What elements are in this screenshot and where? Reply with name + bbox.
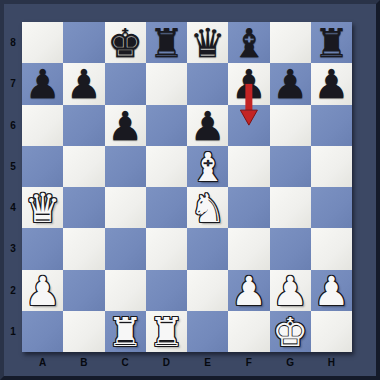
file-label-d: D	[146, 352, 187, 372]
square-d5[interactable]	[146, 146, 187, 187]
black-pawn-piece: ♟	[25, 64, 61, 105]
square-e1[interactable]	[187, 311, 228, 352]
board: ♚♜♛♝♜♟♟♟♟♟♟♟♝♛♞♟♟♟♟♜♜♚	[22, 22, 352, 352]
square-e3[interactable]	[187, 228, 228, 269]
rank-label-5: 5	[4, 146, 22, 187]
rank-label-3: 3	[4, 228, 22, 269]
square-c4[interactable]	[105, 187, 146, 228]
square-a4[interactable]: ♛	[22, 187, 63, 228]
square-f5[interactable]	[228, 146, 269, 187]
white-rook-piece: ♜	[148, 312, 184, 353]
square-h4[interactable]	[311, 187, 352, 228]
square-g5[interactable]	[270, 146, 311, 187]
black-rook-piece: ♜	[148, 23, 184, 64]
square-g4[interactable]	[270, 187, 311, 228]
square-g7[interactable]: ♟	[270, 63, 311, 104]
board-frame: 87654321 ABCDEFGH ♚♜♛♝♜♟♟♟♟♟♟♟♝♛♞♟♟♟♟♜♜♚	[0, 0, 380, 380]
white-queen-piece: ♛	[25, 188, 61, 229]
white-pawn-piece: ♟	[231, 271, 267, 312]
square-b5[interactable]	[63, 146, 104, 187]
square-f7[interactable]: ♟	[228, 63, 269, 104]
square-h8[interactable]: ♜	[311, 22, 352, 63]
square-h7[interactable]: ♟	[311, 63, 352, 104]
square-b1[interactable]	[63, 311, 104, 352]
file-label-f: F	[228, 352, 269, 372]
square-g3[interactable]	[270, 228, 311, 269]
file-label-a: A	[22, 352, 63, 372]
square-d2[interactable]	[146, 270, 187, 311]
white-rook-piece: ♜	[107, 312, 143, 353]
square-b3[interactable]	[63, 228, 104, 269]
black-pawn-piece: ♟	[313, 64, 349, 105]
white-pawn-piece: ♟	[25, 271, 61, 312]
square-h2[interactable]: ♟	[311, 270, 352, 311]
white-bishop-piece: ♝	[190, 147, 226, 188]
square-c5[interactable]	[105, 146, 146, 187]
rank-labels: 87654321	[4, 22, 22, 352]
square-b4[interactable]	[63, 187, 104, 228]
square-e5[interactable]: ♝	[187, 146, 228, 187]
square-g8[interactable]	[270, 22, 311, 63]
file-label-b: B	[63, 352, 104, 372]
file-label-c: C	[105, 352, 146, 372]
black-bishop-piece: ♝	[231, 23, 267, 64]
square-a6[interactable]	[22, 105, 63, 146]
square-g6[interactable]	[270, 105, 311, 146]
square-d6[interactable]	[146, 105, 187, 146]
square-c1[interactable]: ♜	[105, 311, 146, 352]
square-e2[interactable]	[187, 270, 228, 311]
square-g2[interactable]: ♟	[270, 270, 311, 311]
rank-label-2: 2	[4, 270, 22, 311]
square-a2[interactable]: ♟	[22, 270, 63, 311]
square-d8[interactable]: ♜	[146, 22, 187, 63]
white-king-piece: ♚	[272, 312, 308, 353]
rank-label-8: 8	[4, 22, 22, 63]
square-h1[interactable]	[311, 311, 352, 352]
square-b8[interactable]	[63, 22, 104, 63]
black-pawn-piece: ♟	[66, 64, 102, 105]
file-label-g: G	[270, 352, 311, 372]
file-labels: ABCDEFGH	[22, 352, 352, 372]
square-e8[interactable]: ♛	[187, 22, 228, 63]
square-a8[interactable]	[22, 22, 63, 63]
white-knight-piece: ♞	[190, 188, 226, 229]
square-h3[interactable]	[311, 228, 352, 269]
square-h6[interactable]	[311, 105, 352, 146]
square-b7[interactable]: ♟	[63, 63, 104, 104]
square-a5[interactable]	[22, 146, 63, 187]
square-e6[interactable]: ♟	[187, 105, 228, 146]
square-c8[interactable]: ♚	[105, 22, 146, 63]
white-pawn-piece: ♟	[272, 271, 308, 312]
square-d3[interactable]	[146, 228, 187, 269]
black-king-piece: ♚	[107, 23, 143, 64]
file-label-e: E	[187, 352, 228, 372]
square-f4[interactable]	[228, 187, 269, 228]
square-c3[interactable]	[105, 228, 146, 269]
square-e7[interactable]	[187, 63, 228, 104]
square-b6[interactable]	[63, 105, 104, 146]
black-pawn-piece: ♟	[272, 64, 308, 105]
square-d1[interactable]: ♜	[146, 311, 187, 352]
black-rook-piece: ♜	[313, 23, 349, 64]
black-pawn-piece: ♟	[190, 106, 226, 147]
square-a7[interactable]: ♟	[22, 63, 63, 104]
square-g1[interactable]: ♚	[270, 311, 311, 352]
black-pawn-piece: ♟	[231, 64, 267, 105]
square-c7[interactable]	[105, 63, 146, 104]
rank-label-4: 4	[4, 187, 22, 228]
square-f1[interactable]	[228, 311, 269, 352]
square-f3[interactable]	[228, 228, 269, 269]
rank-label-7: 7	[4, 63, 22, 104]
rank-label-1: 1	[4, 311, 22, 352]
square-c2[interactable]	[105, 270, 146, 311]
square-b2[interactable]	[63, 270, 104, 311]
square-d7[interactable]	[146, 63, 187, 104]
square-f2[interactable]: ♟	[228, 270, 269, 311]
square-h5[interactable]	[311, 146, 352, 187]
square-d4[interactable]	[146, 187, 187, 228]
square-a3[interactable]	[22, 228, 63, 269]
square-e4[interactable]: ♞	[187, 187, 228, 228]
white-pawn-piece: ♟	[313, 271, 349, 312]
file-label-h: H	[311, 352, 352, 372]
black-pawn-piece: ♟	[107, 106, 143, 147]
rank-label-6: 6	[4, 105, 22, 146]
black-queen-piece: ♛	[190, 23, 226, 64]
square-f8[interactable]: ♝	[228, 22, 269, 63]
square-f6[interactable]	[228, 105, 269, 146]
square-c6[interactable]: ♟	[105, 105, 146, 146]
square-a1[interactable]	[22, 311, 63, 352]
